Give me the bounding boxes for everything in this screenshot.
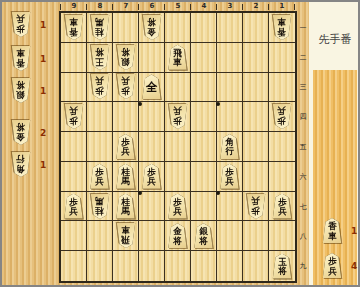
shogi-piece-pawn[interactable]: 歩兵: [168, 194, 188, 219]
square-9-5[interactable]: [61, 132, 87, 162]
piece-kanji: 玉将: [272, 254, 292, 279]
square-7-7[interactable]: 桂馬: [113, 192, 139, 222]
shogi-piece-pawn[interactable]: 歩兵: [168, 104, 188, 129]
file-tick: [60, 4, 61, 10]
hoshi-dot: [138, 191, 142, 195]
shogi-piece-gold[interactable]: 金将: [142, 15, 162, 40]
piece-kanji: 香車: [322, 218, 342, 243]
file-tick: [190, 4, 191, 10]
file-tick: [86, 4, 87, 10]
shogi-piece-lance[interactable]: 香車: [64, 15, 84, 40]
square-9-6[interactable]: [61, 162, 87, 192]
file-label-7: 7: [119, 2, 133, 11]
square-2-1[interactable]: [243, 13, 269, 43]
square-8-4[interactable]: [87, 102, 113, 132]
shogi-piece-pawn[interactable]: 歩兵: [64, 104, 84, 129]
shogi-piece-pawn[interactable]: 歩兵: [246, 194, 266, 219]
shogi-piece-rook[interactable]: 飛車: [168, 45, 188, 70]
gote-hand-count-silver: 1: [40, 86, 46, 96]
piece-kanji: 桂馬: [116, 164, 136, 189]
shogi-piece-king[interactable]: 玉将: [272, 254, 292, 279]
gote-hand-count-bishop: 1: [40, 160, 46, 170]
square-1-3[interactable]: [269, 73, 295, 103]
shogi-piece-pawn[interactable]: 歩兵: [90, 74, 110, 99]
file-label-4: 4: [197, 2, 211, 11]
file-label-1: 1: [275, 2, 289, 11]
square-7-5[interactable]: 歩兵: [113, 132, 139, 162]
hoshi-dot: [216, 102, 220, 106]
square-5-2[interactable]: 飛車: [165, 43, 191, 73]
piece-kanji: 歩兵: [272, 194, 292, 219]
file-tick: [242, 4, 243, 10]
square-3-8[interactable]: [217, 221, 243, 251]
sente-captured-tray: 香車1歩兵4: [313, 70, 357, 287]
piece-kanji: 歩兵: [272, 104, 292, 129]
square-6-8[interactable]: [139, 221, 165, 251]
square-6-4[interactable]: [139, 102, 165, 132]
shogi-piece-silver[interactable]: 銀将: [116, 45, 136, 70]
square-4-2[interactable]: [191, 43, 217, 73]
rank-label-2: 二: [297, 54, 309, 62]
piece-kanji: 角行: [11, 152, 31, 177]
piece-kanji: 歩兵: [220, 164, 240, 189]
rank-label-7: 七: [297, 203, 309, 211]
square-1-5[interactable]: [269, 132, 295, 162]
shogi-piece-lance[interactable]: 香車: [322, 218, 342, 243]
square-3-5[interactable]: 角行: [217, 132, 243, 162]
piece-kanji: 全: [142, 74, 162, 99]
piece-kanji: 歩兵: [322, 253, 342, 278]
square-9-8[interactable]: [61, 221, 87, 251]
square-2-9[interactable]: [243, 251, 269, 281]
square-8-1[interactable]: 桂馬: [87, 13, 113, 43]
file-tick: [112, 4, 113, 10]
piece-kanji: 金将: [168, 223, 188, 248]
file-tick: [268, 4, 269, 10]
file-label-3: 3: [223, 2, 237, 11]
square-2-7[interactable]: 歩兵: [243, 192, 269, 222]
piece-kanji: 歩兵: [116, 134, 136, 159]
square-7-6[interactable]: 桂馬: [113, 162, 139, 192]
square-4-8[interactable]: 銀将: [191, 221, 217, 251]
square-9-1[interactable]: 香車: [61, 13, 87, 43]
rank-label-1: 一: [297, 24, 309, 32]
file-label-6: 6: [145, 2, 159, 11]
piece-kanji: 歩兵: [90, 74, 110, 99]
shogi-piece-pawn[interactable]: 歩兵: [116, 74, 136, 99]
square-5-7[interactable]: 歩兵: [165, 192, 191, 222]
square-8-2[interactable]: 王将: [87, 43, 113, 73]
piece-kanji: 歩兵: [11, 12, 31, 37]
gote-hand-count-lance: 1: [40, 54, 46, 64]
square-2-5[interactable]: [243, 132, 269, 162]
shogi-piece-knight[interactable]: 桂馬: [116, 164, 136, 189]
square-2-6[interactable]: [243, 162, 269, 192]
piece-kanji: 王将: [90, 45, 110, 70]
square-1-9[interactable]: 玉将: [269, 251, 295, 281]
piece-kanji: 歩兵: [168, 104, 188, 129]
square-6-3[interactable]: 全: [139, 73, 165, 103]
square-5-1[interactable]: [165, 13, 191, 43]
file-label-8: 8: [93, 2, 107, 11]
square-4-7[interactable]: [191, 192, 217, 222]
square-1-1[interactable]: 香車: [269, 13, 295, 43]
shogi-piece-bishop[interactable]: 角行: [11, 152, 31, 177]
piece-kanji: 銀将: [116, 45, 136, 70]
hoshi-dot: [138, 102, 142, 106]
shogi-piece-pawn[interactable]: 歩兵: [11, 12, 31, 37]
file-tick: [294, 4, 295, 10]
rank-label-8: 八: [297, 232, 309, 240]
square-7-8[interactable]: 飛車: [113, 221, 139, 251]
file-tick: [164, 4, 165, 10]
square-1-4[interactable]: 歩兵: [269, 102, 295, 132]
square-3-7[interactable]: [217, 192, 243, 222]
square-6-6[interactable]: 歩兵: [139, 162, 165, 192]
square-9-9[interactable]: [61, 251, 87, 281]
square-9-3[interactable]: [61, 73, 87, 103]
square-1-7[interactable]: 歩兵: [269, 192, 295, 222]
file-tick: [216, 4, 217, 10]
square-4-5[interactable]: [191, 132, 217, 162]
piece-kanji: 歩兵: [64, 104, 84, 129]
rank-label-5: 五: [297, 143, 309, 151]
shogi-piece-pawn[interactable]: 歩兵: [272, 194, 292, 219]
square-1-2[interactable]: [269, 43, 295, 73]
gote-hand-count-gold: 2: [40, 128, 46, 138]
square-8-9[interactable]: [87, 251, 113, 281]
shogi-piece-lance[interactable]: 香車: [272, 15, 292, 40]
square-6-2[interactable]: [139, 43, 165, 73]
shogi-piece-knight[interactable]: 桂馬: [90, 15, 110, 40]
hoshi-dot: [216, 191, 220, 195]
rank-label-6: 六: [297, 173, 309, 181]
turn-indicator: 先手番: [312, 32, 358, 47]
piece-kanji: 歩兵: [90, 164, 110, 189]
rank-label-4: 四: [297, 113, 309, 121]
square-6-7[interactable]: [139, 192, 165, 222]
shogi-piece-lance[interactable]: 香車: [11, 46, 31, 71]
sente-hand-count-pawn: 4: [351, 261, 357, 271]
square-7-9[interactable]: [113, 251, 139, 281]
square-4-1[interactable]: [191, 13, 217, 43]
piece-kanji: 歩兵: [168, 194, 188, 219]
rank-label-3: 三: [297, 83, 309, 91]
file-tick: [138, 4, 139, 10]
shogi-piece-rook[interactable]: 飛車: [116, 223, 136, 248]
square-8-3[interactable]: 歩兵: [87, 73, 113, 103]
square-5-9[interactable]: [165, 251, 191, 281]
square-5-8[interactable]: 金将: [165, 221, 191, 251]
sente-hand-count-lance: 1: [351, 226, 357, 236]
rank-label-9: 九: [297, 262, 309, 270]
square-2-8[interactable]: [243, 221, 269, 251]
square-6-5[interactable]: [139, 132, 165, 162]
piece-kanji: 香車: [11, 46, 31, 71]
square-8-7[interactable]: 桂馬: [87, 192, 113, 222]
square-8-6[interactable]: 歩兵: [87, 162, 113, 192]
piece-kanji: 銀将: [11, 78, 31, 103]
piece-kanji: 香車: [64, 15, 84, 40]
square-3-6[interactable]: 歩兵: [217, 162, 243, 192]
piece-kanji: 銀将: [194, 223, 214, 248]
square-1-6[interactable]: [269, 162, 295, 192]
shogi-piece-pawn[interactable]: 歩兵: [116, 134, 136, 159]
piece-kanji: 歩兵: [142, 164, 162, 189]
square-2-3[interactable]: [243, 73, 269, 103]
piece-kanji: 金将: [11, 120, 31, 145]
square-3-2[interactable]: [217, 43, 243, 73]
file-label-2: 2: [249, 2, 263, 11]
square-1-8[interactable]: [269, 221, 295, 251]
shogi-piece-pawn[interactable]: 歩兵: [142, 164, 162, 189]
square-9-7[interactable]: 歩兵: [61, 192, 87, 222]
shogi-piece-pawn[interactable]: 歩兵: [90, 164, 110, 189]
piece-kanji: 桂馬: [116, 194, 136, 219]
piece-kanji: 桂馬: [90, 15, 110, 40]
square-4-6[interactable]: [191, 162, 217, 192]
piece-kanji: 歩兵: [64, 194, 84, 219]
square-3-3[interactable]: [217, 73, 243, 103]
shogi-piece-gold[interactable]: 金将: [11, 120, 31, 145]
piece-kanji: 飛車: [116, 223, 136, 248]
square-2-2[interactable]: [243, 43, 269, 73]
file-label-9: 9: [67, 2, 81, 11]
square-7-1[interactable]: [113, 13, 139, 43]
piece-kanji: 歩兵: [246, 194, 266, 219]
shogi-piece-bishop[interactable]: 角行: [220, 134, 240, 159]
shogi-board[interactable]: 香車桂馬金将香車王将銀将飛車歩兵歩兵全歩兵歩兵歩兵歩兵角行歩兵桂馬歩兵歩兵歩兵桂…: [59, 11, 297, 283]
square-8-8[interactable]: [87, 221, 113, 251]
square-7-4[interactable]: [113, 102, 139, 132]
square-7-3[interactable]: 歩兵: [113, 73, 139, 103]
square-4-9[interactable]: [191, 251, 217, 281]
square-3-9[interactable]: [217, 251, 243, 281]
square-3-1[interactable]: [217, 13, 243, 43]
shogi-piece-silver[interactable]: 銀将: [194, 223, 214, 248]
file-label-5: 5: [171, 2, 185, 11]
shogi-piece-gold[interactable]: 金将: [168, 223, 188, 248]
shogi-piece-promoted-silver[interactable]: 全: [142, 74, 162, 99]
square-5-4[interactable]: 歩兵: [165, 102, 191, 132]
square-5-5[interactable]: [165, 132, 191, 162]
square-6-9[interactable]: [139, 251, 165, 281]
square-5-3[interactable]: [165, 73, 191, 103]
shogi-app: 987654321 香車桂馬金将香車王将銀将飛車歩兵歩兵全歩兵歩兵歩兵歩兵角行歩…: [0, 0, 360, 287]
square-5-6[interactable]: [165, 162, 191, 192]
piece-kanji: 香車: [272, 15, 292, 40]
square-6-1[interactable]: 金将: [139, 13, 165, 43]
shogi-piece-pawn[interactable]: 歩兵: [272, 104, 292, 129]
piece-kanji: 金将: [142, 15, 162, 40]
shogi-piece-pawn[interactable]: 歩兵: [64, 194, 84, 219]
square-2-4[interactable]: [243, 102, 269, 132]
square-4-3[interactable]: [191, 73, 217, 103]
piece-kanji: 角行: [220, 134, 240, 159]
square-9-2[interactable]: [61, 43, 87, 73]
square-8-5[interactable]: [87, 132, 113, 162]
shogi-piece-knight[interactable]: 桂馬: [90, 194, 110, 219]
shogi-piece-silver[interactable]: 銀将: [11, 78, 31, 103]
piece-kanji: 飛車: [168, 45, 188, 70]
shogi-piece-king[interactable]: 王将: [90, 45, 110, 70]
square-9-4[interactable]: 歩兵: [61, 102, 87, 132]
piece-kanji: 桂馬: [90, 194, 110, 219]
square-7-2[interactable]: 銀将: [113, 43, 139, 73]
gote-hand-count-pawn: 1: [40, 20, 46, 30]
square-4-4[interactable]: [191, 102, 217, 132]
square-3-4[interactable]: [217, 102, 243, 132]
shogi-piece-pawn[interactable]: 歩兵: [220, 164, 240, 189]
shogi-piece-knight[interactable]: 桂馬: [116, 194, 136, 219]
piece-kanji: 歩兵: [116, 74, 136, 99]
shogi-piece-pawn[interactable]: 歩兵: [322, 253, 342, 278]
right-panel: 先手番 香車1歩兵4: [309, 2, 360, 287]
